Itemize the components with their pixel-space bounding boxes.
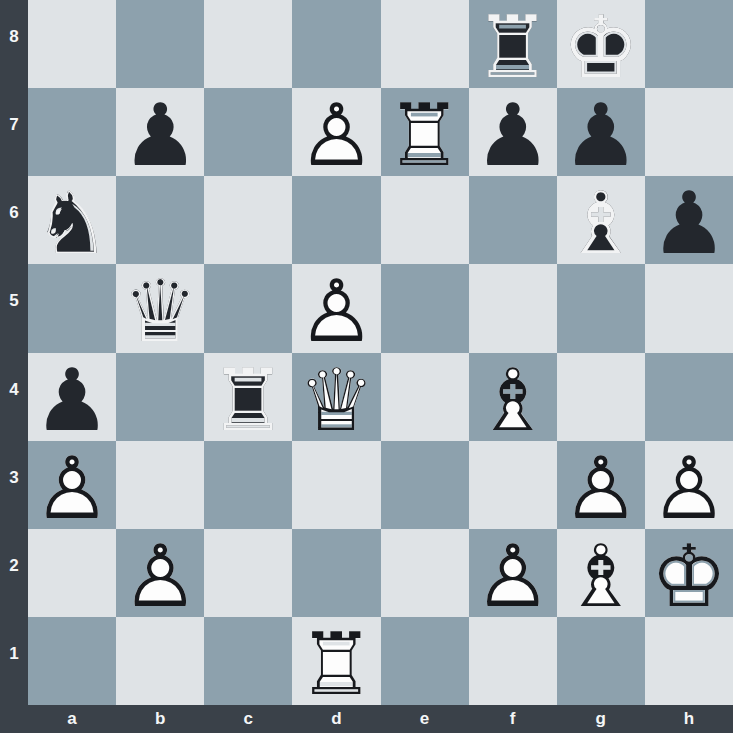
white-pawn-glyph: ♟ (292, 267, 380, 355)
file-label-c: c (204, 705, 292, 733)
rank-label-5: 5 (0, 264, 28, 352)
white-queen-outline: ♕ (292, 356, 380, 444)
black-rook[interactable]: ♜♖ (204, 353, 292, 441)
white-pawn-outline: ♙ (292, 91, 380, 179)
white-bishop-outline: ♗ (469, 356, 557, 444)
square-f4[interactable]: ♝♗ (469, 353, 557, 441)
square-a1[interactable] (28, 617, 116, 705)
square-f2[interactable]: ♟♙ (469, 529, 557, 617)
black-pawn[interactable]: ♟ (645, 176, 733, 264)
square-c1[interactable] (204, 617, 292, 705)
square-g1[interactable] (557, 617, 645, 705)
square-c3[interactable] (204, 441, 292, 529)
square-e5[interactable] (381, 264, 469, 352)
black-king[interactable]: ♚♔ (557, 0, 645, 88)
black-pawn[interactable]: ♟ (116, 88, 204, 176)
square-h2[interactable]: ♚♔ (645, 529, 733, 617)
white-rook[interactable]: ♜♖ (381, 88, 469, 176)
white-bishop-outline: ♗ (557, 532, 645, 620)
square-g5[interactable] (557, 264, 645, 352)
square-f5[interactable] (469, 264, 557, 352)
white-pawn[interactable]: ♟♙ (469, 529, 557, 617)
white-pawn-outline: ♙ (557, 444, 645, 532)
white-bishop[interactable]: ♝♗ (557, 529, 645, 617)
black-king-outline: ♔ (557, 3, 645, 91)
white-pawn[interactable]: ♟♙ (116, 529, 204, 617)
square-g8[interactable]: ♚♔ (557, 0, 645, 88)
black-pawn-glyph: ♟ (28, 356, 116, 444)
square-a2[interactable] (28, 529, 116, 617)
square-e6[interactable] (381, 176, 469, 264)
square-g4[interactable] (557, 353, 645, 441)
black-rook-glyph: ♜ (204, 356, 292, 444)
square-c5[interactable] (204, 264, 292, 352)
white-pawn[interactable]: ♟♙ (28, 441, 116, 529)
black-knight[interactable]: ♞♘ (28, 176, 116, 264)
square-b4[interactable] (116, 353, 204, 441)
black-queen-outline: ♕ (116, 267, 204, 355)
rank-label-1: 1 (0, 617, 28, 705)
black-knight-outline: ♘ (28, 179, 116, 267)
rank-label-3: 3 (0, 441, 28, 529)
black-pawn-glyph: ♟ (645, 179, 733, 267)
white-pawn-glyph: ♟ (28, 444, 116, 532)
black-pawn-glyph: ♟ (116, 91, 204, 179)
square-b8[interactable] (116, 0, 204, 88)
square-e2[interactable] (381, 529, 469, 617)
square-f7[interactable]: ♟ (469, 88, 557, 176)
black-king-glyph: ♚ (557, 3, 645, 91)
white-pawn-glyph: ♟ (292, 91, 380, 179)
white-pawn[interactable]: ♟♙ (645, 441, 733, 529)
square-c8[interactable] (204, 0, 292, 88)
rank-label-6: 6 (0, 176, 28, 264)
white-pawn-outline: ♙ (116, 532, 204, 620)
square-f6[interactable] (469, 176, 557, 264)
square-e1[interactable] (381, 617, 469, 705)
square-a4[interactable]: ♟ (28, 353, 116, 441)
rank-label-2: 2 (0, 529, 28, 617)
white-pawn[interactable]: ♟♙ (557, 441, 645, 529)
square-e4[interactable] (381, 353, 469, 441)
file-label-h: h (645, 705, 733, 733)
square-b3[interactable] (116, 441, 204, 529)
square-h6[interactable]: ♟ (645, 176, 733, 264)
white-queen[interactable]: ♛♕ (292, 353, 380, 441)
white-pawn-glyph: ♟ (557, 444, 645, 532)
square-c7[interactable] (204, 88, 292, 176)
square-h3[interactable]: ♟♙ (645, 441, 733, 529)
rank-label-7: 7 (0, 88, 28, 176)
square-d8[interactable] (292, 0, 380, 88)
square-d3[interactable] (292, 441, 380, 529)
black-pawn[interactable]: ♟ (28, 353, 116, 441)
black-rook-glyph: ♜ (469, 3, 557, 91)
square-f3[interactable] (469, 441, 557, 529)
white-pawn-glyph: ♟ (645, 444, 733, 532)
square-b5[interactable]: ♛♕ (116, 264, 204, 352)
black-bishop-glyph: ♝ (557, 179, 645, 267)
black-pawn-glyph: ♟ (557, 91, 645, 179)
square-h8[interactable] (645, 0, 733, 88)
square-a3[interactable]: ♟♙ (28, 441, 116, 529)
white-bishop-glyph: ♝ (469, 356, 557, 444)
rank-labels: 87654321 (0, 0, 28, 705)
rank-label-8: 8 (0, 0, 28, 88)
white-pawn-outline: ♙ (28, 444, 116, 532)
square-a5[interactable] (28, 264, 116, 352)
square-d2[interactable] (292, 529, 380, 617)
square-b7[interactable]: ♟ (116, 88, 204, 176)
white-pawn-outline: ♙ (469, 532, 557, 620)
black-knight-glyph: ♞ (28, 179, 116, 267)
white-queen-glyph: ♛ (292, 356, 380, 444)
black-rook-outline: ♖ (469, 3, 557, 91)
white-bishop-glyph: ♝ (557, 532, 645, 620)
file-label-a: a (28, 705, 116, 733)
white-rook-outline: ♖ (292, 620, 380, 708)
black-queen[interactable]: ♛♕ (116, 264, 204, 352)
white-king-glyph: ♚ (645, 532, 733, 620)
square-b2[interactable]: ♟♙ (116, 529, 204, 617)
square-h7[interactable] (645, 88, 733, 176)
file-label-g: g (557, 705, 645, 733)
white-pawn-outline: ♙ (292, 267, 380, 355)
square-a7[interactable] (28, 88, 116, 176)
black-pawn-glyph: ♟ (469, 91, 557, 179)
white-pawn-outline: ♙ (645, 444, 733, 532)
rank-label-4: 4 (0, 353, 28, 441)
square-d7[interactable]: ♟♙ (292, 88, 380, 176)
file-label-e: e (381, 705, 469, 733)
square-c6[interactable] (204, 176, 292, 264)
file-label-f: f (469, 705, 557, 733)
square-c2[interactable] (204, 529, 292, 617)
white-rook-glyph: ♜ (292, 620, 380, 708)
square-g3[interactable]: ♟♙ (557, 441, 645, 529)
black-bishop[interactable]: ♝♗ (557, 176, 645, 264)
square-b1[interactable] (116, 617, 204, 705)
white-rook-glyph: ♜ (381, 91, 469, 179)
white-rook-outline: ♖ (381, 91, 469, 179)
square-g2[interactable]: ♝♗ (557, 529, 645, 617)
white-pawn-glyph: ♟ (116, 532, 204, 620)
white-bishop[interactable]: ♝♗ (469, 353, 557, 441)
square-d5[interactable]: ♟♙ (292, 264, 380, 352)
white-king[interactable]: ♚♔ (645, 529, 733, 617)
file-labels: abcdefgh (28, 705, 733, 733)
black-bishop-outline: ♗ (557, 179, 645, 267)
square-h1[interactable] (645, 617, 733, 705)
black-queen-glyph: ♛ (116, 267, 204, 355)
square-f8[interactable]: ♜♖ (469, 0, 557, 88)
square-a6[interactable]: ♞♘ (28, 176, 116, 264)
square-g7[interactable]: ♟ (557, 88, 645, 176)
square-e8[interactable] (381, 0, 469, 88)
white-king-outline: ♔ (645, 532, 733, 620)
file-label-d: d (292, 705, 380, 733)
square-h4[interactable] (645, 353, 733, 441)
chess-board: ♜♖♚♔♟♟♙♜♖♟♟♞♘♝♗♟♛♕♟♙♟♜♖♛♕♝♗♟♙♟♙♟♙♟♙♟♙♝♗♚… (28, 0, 733, 705)
square-c4[interactable]: ♜♖ (204, 353, 292, 441)
square-e3[interactable] (381, 441, 469, 529)
square-d4[interactable]: ♛♕ (292, 353, 380, 441)
square-h5[interactable] (645, 264, 733, 352)
file-label-b: b (116, 705, 204, 733)
square-a8[interactable] (28, 0, 116, 88)
white-pawn[interactable]: ♟♙ (292, 264, 380, 352)
square-d6[interactable] (292, 176, 380, 264)
square-b6[interactable] (116, 176, 204, 264)
black-rook-outline: ♖ (204, 356, 292, 444)
white-pawn-glyph: ♟ (469, 532, 557, 620)
white-rook[interactable]: ♜♖ (292, 617, 380, 705)
square-f1[interactable] (469, 617, 557, 705)
chess-board-frame: 87654321 ♜♖♚♔♟♟♙♜♖♟♟♞♘♝♗♟♛♕♟♙♟♜♖♛♕♝♗♟♙♟♙… (0, 0, 733, 733)
white-pawn[interactable]: ♟♙ (292, 88, 380, 176)
square-d1[interactable]: ♜♖ (292, 617, 380, 705)
black-pawn[interactable]: ♟ (557, 88, 645, 176)
square-g6[interactable]: ♝♗ (557, 176, 645, 264)
square-e7[interactable]: ♜♖ (381, 88, 469, 176)
black-rook[interactable]: ♜♖ (469, 0, 557, 88)
black-pawn[interactable]: ♟ (469, 88, 557, 176)
